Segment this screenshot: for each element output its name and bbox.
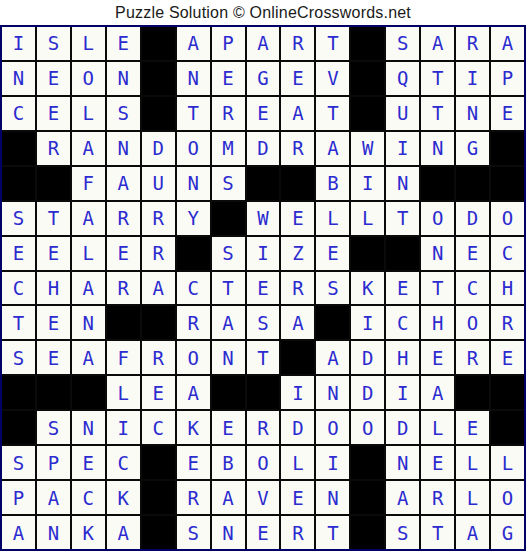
letter-cell: O — [316, 411, 349, 444]
letter-cell: N — [72, 411, 105, 444]
letter-cell: O — [177, 132, 210, 165]
letter-cell: R — [281, 272, 314, 305]
letter-cell: N — [107, 132, 140, 165]
letter-cell: A — [421, 376, 454, 409]
letter-cell: K — [351, 272, 384, 305]
letter-cell: H — [386, 341, 419, 374]
letter-cell: G — [491, 516, 524, 549]
letter-cell: C — [2, 97, 35, 130]
letter-cell: R — [212, 97, 245, 130]
letter-cell: A — [421, 27, 454, 60]
letter-cell: E — [37, 62, 70, 95]
black-cell — [491, 132, 524, 165]
letter-cell: T — [386, 202, 419, 235]
letter-cell: L — [72, 237, 105, 270]
letter-cell: N — [456, 97, 489, 130]
letter-cell: E — [491, 97, 524, 130]
letter-cell: E — [421, 341, 454, 374]
letter-cell: W — [247, 202, 280, 235]
black-cell — [142, 62, 175, 95]
black-cell — [351, 516, 384, 549]
letter-cell: P — [491, 62, 524, 95]
letter-cell: R — [456, 27, 489, 60]
black-cell — [37, 167, 70, 200]
letter-cell: B — [316, 167, 349, 200]
letter-cell: H — [491, 272, 524, 305]
letter-cell: Q — [386, 62, 419, 95]
letter-cell: I — [247, 237, 280, 270]
black-cell — [2, 167, 35, 200]
letter-cell: R — [37, 132, 70, 165]
letter-cell: T — [2, 306, 35, 339]
letter-cell: N — [2, 62, 35, 95]
letter-cell: I — [2, 27, 35, 60]
letter-cell: N — [316, 376, 349, 409]
letter-cell: N — [37, 516, 70, 549]
letter-cell: E — [247, 97, 280, 130]
letter-cell: I — [351, 306, 384, 339]
letter-cell: E — [37, 306, 70, 339]
letter-cell: S — [316, 272, 349, 305]
letter-cell: E — [2, 237, 35, 270]
letter-cell: C — [2, 272, 35, 305]
letter-cell: D — [247, 132, 280, 165]
letter-cell: K — [177, 411, 210, 444]
letter-cell: I — [351, 167, 384, 200]
letter-cell: E — [177, 446, 210, 479]
letter-cell: R — [177, 481, 210, 514]
letter-cell: O — [351, 411, 384, 444]
black-cell — [456, 376, 489, 409]
letter-cell: E — [456, 411, 489, 444]
letter-cell: E — [247, 516, 280, 549]
letter-cell: A — [72, 202, 105, 235]
letter-cell: T — [421, 516, 454, 549]
letter-cell: K — [72, 516, 105, 549]
black-cell — [351, 237, 384, 270]
letter-cell: I — [316, 446, 349, 479]
letter-cell: A — [247, 27, 280, 60]
black-cell — [491, 167, 524, 200]
letter-cell: A — [72, 272, 105, 305]
letter-cell: E — [456, 237, 489, 270]
letter-cell: S — [37, 411, 70, 444]
letter-cell: P — [37, 446, 70, 479]
letter-cell: D — [281, 411, 314, 444]
page-title: Puzzle Solution © OnlineCrosswords.net — [0, 0, 526, 25]
black-cell — [247, 167, 280, 200]
letter-cell: D — [456, 202, 489, 235]
black-cell — [142, 97, 175, 130]
letter-cell: O — [177, 341, 210, 374]
letter-cell: I — [456, 62, 489, 95]
letter-cell: T — [421, 272, 454, 305]
letter-cell: D — [351, 341, 384, 374]
black-cell — [351, 446, 384, 479]
black-cell — [142, 306, 175, 339]
letter-cell: E — [72, 446, 105, 479]
letter-cell: E — [421, 446, 454, 479]
letter-cell: E — [281, 202, 314, 235]
letter-cell: F — [107, 341, 140, 374]
letter-cell: A — [142, 272, 175, 305]
letter-cell: T — [421, 97, 454, 130]
letter-cell: T — [316, 27, 349, 60]
letter-cell: S — [2, 446, 35, 479]
letter-cell: T — [37, 202, 70, 235]
black-cell — [456, 167, 489, 200]
letter-cell: W — [351, 132, 384, 165]
letter-cell: N — [421, 237, 454, 270]
letter-cell: F — [72, 167, 105, 200]
letter-cell: L — [456, 481, 489, 514]
letter-cell: E — [37, 97, 70, 130]
letter-cell: R — [107, 272, 140, 305]
letter-cell: A — [281, 97, 314, 130]
black-cell — [212, 376, 245, 409]
letter-cell: I — [281, 376, 314, 409]
letter-cell: R — [142, 341, 175, 374]
letter-cell: C — [72, 481, 105, 514]
black-cell — [316, 306, 349, 339]
letter-cell: E — [386, 272, 419, 305]
black-cell — [37, 376, 70, 409]
letter-cell: R — [142, 237, 175, 270]
letter-cell: S — [2, 341, 35, 374]
black-cell — [2, 376, 35, 409]
letter-cell: A — [316, 341, 349, 374]
letter-cell: L — [72, 97, 105, 130]
letter-cell: U — [386, 97, 419, 130]
letter-cell: Z — [281, 237, 314, 270]
letter-cell: G — [456, 132, 489, 165]
letter-cell: E — [247, 272, 280, 305]
letter-cell: C — [456, 272, 489, 305]
letter-cell: N — [177, 62, 210, 95]
letter-cell: O — [491, 202, 524, 235]
letter-cell: S — [212, 167, 245, 200]
letter-cell: S — [386, 516, 419, 549]
letter-cell: E — [142, 376, 175, 409]
black-cell — [281, 341, 314, 374]
crossword-grid: ISLEAPARTSARANEONNEGEVQTIPCELSTREATUTNER… — [0, 25, 526, 551]
letter-cell: E — [107, 237, 140, 270]
letter-cell: O — [421, 202, 454, 235]
letter-cell: N — [316, 481, 349, 514]
black-cell — [351, 27, 384, 60]
letter-cell: C — [491, 237, 524, 270]
letter-cell: E — [107, 27, 140, 60]
letter-cell: A — [72, 341, 105, 374]
letter-cell: B — [212, 446, 245, 479]
letter-cell: A — [316, 132, 349, 165]
letter-cell: I — [107, 411, 140, 444]
black-cell — [142, 481, 175, 514]
black-cell — [351, 97, 384, 130]
black-cell — [386, 237, 419, 270]
letter-cell: D — [386, 411, 419, 444]
letter-cell: A — [177, 376, 210, 409]
letter-cell: T — [212, 272, 245, 305]
letter-cell: H — [37, 272, 70, 305]
letter-cell: S — [2, 202, 35, 235]
black-cell — [142, 516, 175, 549]
letter-cell: O — [456, 306, 489, 339]
letter-cell: R — [281, 132, 314, 165]
letter-cell: O — [491, 481, 524, 514]
black-cell — [421, 167, 454, 200]
letter-cell: R — [281, 27, 314, 60]
letter-cell: L — [491, 446, 524, 479]
black-cell — [351, 481, 384, 514]
letter-cell: T — [316, 97, 349, 130]
letter-cell: T — [177, 97, 210, 130]
letter-cell: A — [2, 516, 35, 549]
letter-cell: R — [142, 202, 175, 235]
letter-cell: L — [421, 411, 454, 444]
letter-cell: A — [212, 481, 245, 514]
letter-cell: K — [107, 481, 140, 514]
letter-cell: S — [212, 237, 245, 270]
letter-cell: R — [107, 202, 140, 235]
letter-cell: R — [281, 516, 314, 549]
black-cell — [2, 132, 35, 165]
letter-cell: S — [386, 27, 419, 60]
letter-cell: U — [142, 167, 175, 200]
black-cell — [142, 446, 175, 479]
letter-cell: R — [247, 411, 280, 444]
black-cell — [351, 62, 384, 95]
letter-cell: N — [386, 446, 419, 479]
letter-cell: L — [72, 27, 105, 60]
letter-cell: A — [107, 167, 140, 200]
letter-cell: S — [37, 27, 70, 60]
letter-cell: N — [386, 167, 419, 200]
letter-cell: N — [72, 306, 105, 339]
letter-cell: E — [281, 62, 314, 95]
letter-cell: A — [212, 306, 245, 339]
letter-cell: E — [491, 341, 524, 374]
letter-cell: A — [386, 481, 419, 514]
letter-cell: E — [316, 237, 349, 270]
black-cell — [177, 237, 210, 270]
letter-cell: G — [247, 62, 280, 95]
letter-cell: E — [37, 237, 70, 270]
letter-cell: A — [37, 481, 70, 514]
black-cell — [72, 376, 105, 409]
letter-cell: S — [247, 306, 280, 339]
letter-cell: L — [351, 202, 384, 235]
letter-cell: Y — [177, 202, 210, 235]
letter-cell: N — [212, 341, 245, 374]
puzzle-solution-page: Puzzle Solution © OnlineCrosswords.net I… — [0, 0, 526, 551]
letter-cell: R — [177, 306, 210, 339]
letter-cell: C — [386, 306, 419, 339]
letter-cell: T — [316, 516, 349, 549]
letter-cell: L — [456, 446, 489, 479]
letter-cell: A — [72, 132, 105, 165]
letter-cell: A — [107, 516, 140, 549]
black-cell — [491, 411, 524, 444]
letter-cell: D — [142, 132, 175, 165]
black-cell — [212, 202, 245, 235]
letter-cell: L — [107, 376, 140, 409]
letter-cell: A — [456, 516, 489, 549]
letter-cell: I — [386, 132, 419, 165]
letter-cell: V — [247, 481, 280, 514]
letter-cell: P — [212, 27, 245, 60]
letter-cell: C — [107, 446, 140, 479]
letter-cell: M — [212, 132, 245, 165]
letter-cell: D — [351, 376, 384, 409]
letter-cell: A — [177, 27, 210, 60]
letter-cell: T — [247, 341, 280, 374]
black-cell — [142, 27, 175, 60]
letter-cell: E — [37, 341, 70, 374]
letter-cell: E — [281, 481, 314, 514]
letter-cell: O — [247, 446, 280, 479]
letter-cell: I — [386, 376, 419, 409]
letter-cell: A — [281, 306, 314, 339]
letter-cell: S — [177, 516, 210, 549]
letter-cell: R — [491, 306, 524, 339]
letter-cell: L — [316, 202, 349, 235]
letter-cell: N — [107, 62, 140, 95]
letter-cell: T — [421, 62, 454, 95]
black-cell — [2, 411, 35, 444]
letter-cell: O — [72, 62, 105, 95]
letter-cell: A — [491, 27, 524, 60]
black-cell — [107, 306, 140, 339]
letter-cell: R — [456, 341, 489, 374]
black-cell — [281, 167, 314, 200]
letter-cell: C — [177, 272, 210, 305]
letter-cell: L — [281, 446, 314, 479]
black-cell — [491, 376, 524, 409]
letter-cell: N — [421, 132, 454, 165]
letter-cell: P — [2, 481, 35, 514]
letter-cell: E — [212, 411, 245, 444]
black-cell — [247, 376, 280, 409]
letter-cell: E — [212, 62, 245, 95]
letter-cell: N — [177, 167, 210, 200]
letter-cell: C — [142, 411, 175, 444]
letter-cell: R — [421, 481, 454, 514]
letter-cell: S — [107, 97, 140, 130]
letter-cell: N — [212, 516, 245, 549]
letter-cell: H — [421, 306, 454, 339]
letter-cell: V — [316, 62, 349, 95]
